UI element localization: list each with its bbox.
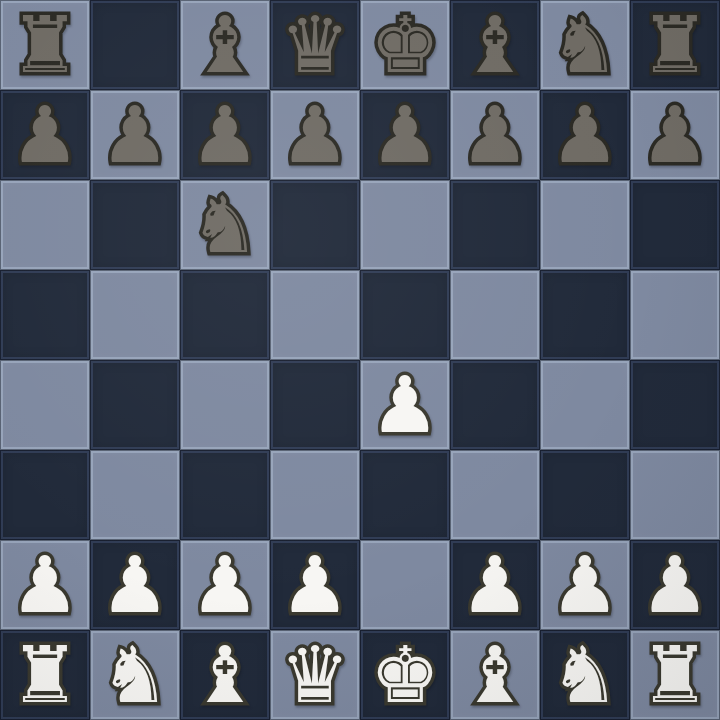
square-g1[interactable] [540,630,630,720]
square-d2[interactable] [270,540,360,630]
square-b3[interactable] [90,450,180,540]
square-h6[interactable] [630,180,720,270]
square-d8[interactable] [270,0,360,90]
square-h3[interactable] [630,450,720,540]
piece-white-queen[interactable] [270,630,360,720]
square-b5[interactable] [90,270,180,360]
piece-black-queen[interactable] [270,0,360,90]
board-container [0,0,720,720]
square-a7[interactable] [0,90,90,180]
piece-white-knight[interactable] [90,630,180,720]
square-d3[interactable] [270,450,360,540]
square-e3[interactable] [360,450,450,540]
square-c5[interactable] [180,270,270,360]
square-d6[interactable] [270,180,360,270]
square-c6[interactable] [180,180,270,270]
piece-black-pawn[interactable] [90,90,180,180]
square-h8[interactable] [630,0,720,90]
piece-black-knight[interactable] [180,180,270,270]
square-b8[interactable] [90,0,180,90]
square-c1[interactable] [180,630,270,720]
square-f3[interactable] [450,450,540,540]
square-e5[interactable] [360,270,450,360]
square-h4[interactable] [630,360,720,450]
square-g4[interactable] [540,360,630,450]
piece-white-pawn[interactable] [270,540,360,630]
square-c4[interactable] [180,360,270,450]
square-c7[interactable] [180,90,270,180]
square-f2[interactable] [450,540,540,630]
square-a5[interactable] [0,270,90,360]
square-d7[interactable] [270,90,360,180]
piece-black-pawn[interactable] [630,90,720,180]
square-c8[interactable] [180,0,270,90]
square-f5[interactable] [450,270,540,360]
square-e6[interactable] [360,180,450,270]
square-e2[interactable] [360,540,450,630]
square-a6[interactable] [0,180,90,270]
piece-black-knight[interactable] [540,0,630,90]
piece-black-rook[interactable] [0,0,90,90]
square-f6[interactable] [450,180,540,270]
piece-white-bishop[interactable] [180,630,270,720]
piece-white-pawn[interactable] [540,540,630,630]
square-f8[interactable] [450,0,540,90]
piece-black-pawn[interactable] [180,90,270,180]
square-h7[interactable] [630,90,720,180]
piece-white-pawn[interactable] [180,540,270,630]
square-d4[interactable] [270,360,360,450]
piece-white-rook[interactable] [0,630,90,720]
piece-white-bishop[interactable] [450,630,540,720]
piece-white-pawn[interactable] [450,540,540,630]
square-e8[interactable] [360,0,450,90]
square-g8[interactable] [540,0,630,90]
square-a4[interactable] [0,360,90,450]
square-g2[interactable] [540,540,630,630]
square-b7[interactable] [90,90,180,180]
square-a2[interactable] [0,540,90,630]
square-g5[interactable] [540,270,630,360]
piece-white-pawn[interactable] [0,540,90,630]
square-e4[interactable] [360,360,450,450]
piece-white-pawn[interactable] [360,360,450,450]
piece-black-pawn[interactable] [270,90,360,180]
piece-black-pawn[interactable] [360,90,450,180]
piece-black-pawn[interactable] [450,90,540,180]
piece-white-rook[interactable] [630,630,720,720]
piece-black-pawn[interactable] [0,90,90,180]
square-h2[interactable] [630,540,720,630]
piece-white-pawn[interactable] [630,540,720,630]
square-a1[interactable] [0,630,90,720]
piece-black-rook[interactable] [630,0,720,90]
square-b1[interactable] [90,630,180,720]
square-f1[interactable] [450,630,540,720]
square-f4[interactable] [450,360,540,450]
square-d1[interactable] [270,630,360,720]
square-a8[interactable] [0,0,90,90]
square-f7[interactable] [450,90,540,180]
piece-black-bishop[interactable] [450,0,540,90]
square-e1[interactable] [360,630,450,720]
chess-board [0,0,720,720]
square-h1[interactable] [630,630,720,720]
square-b6[interactable] [90,180,180,270]
square-b4[interactable] [90,360,180,450]
square-e7[interactable] [360,90,450,180]
square-c2[interactable] [180,540,270,630]
square-g7[interactable] [540,90,630,180]
piece-black-king[interactable] [360,0,450,90]
piece-white-pawn[interactable] [90,540,180,630]
square-g6[interactable] [540,180,630,270]
piece-white-king[interactable] [360,630,450,720]
piece-black-pawn[interactable] [540,90,630,180]
piece-black-bishop[interactable] [180,0,270,90]
square-c3[interactable] [180,450,270,540]
piece-white-knight[interactable] [540,630,630,720]
square-g3[interactable] [540,450,630,540]
square-d5[interactable] [270,270,360,360]
square-b2[interactable] [90,540,180,630]
square-h5[interactable] [630,270,720,360]
square-a3[interactable] [0,450,90,540]
